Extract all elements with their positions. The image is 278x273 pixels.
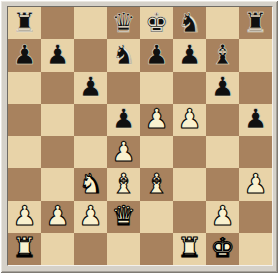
square-h1[interactable] bbox=[239, 233, 272, 265]
white-pawn[interactable]: ♟ bbox=[12, 202, 36, 229]
black-bishop[interactable]: ♝ bbox=[210, 41, 234, 68]
square-a6[interactable] bbox=[8, 72, 41, 104]
square-d7[interactable]: ♞ bbox=[107, 39, 140, 71]
black-pawn[interactable]: ♟ bbox=[243, 105, 267, 132]
square-a1[interactable]: ♜ bbox=[8, 233, 41, 265]
square-e2[interactable] bbox=[140, 201, 173, 233]
square-a2[interactable]: ♟ bbox=[8, 201, 41, 233]
square-b7[interactable]: ♟ bbox=[41, 39, 74, 71]
white-queen[interactable]: ♛ bbox=[111, 202, 135, 229]
square-f2[interactable] bbox=[173, 201, 206, 233]
square-g7[interactable]: ♝ bbox=[206, 39, 239, 71]
square-d2[interactable]: ♛ bbox=[107, 201, 140, 233]
black-pawn[interactable]: ♟ bbox=[111, 105, 135, 132]
black-pawn[interactable]: ♟ bbox=[12, 41, 36, 68]
white-bishop[interactable]: ♝ bbox=[144, 170, 168, 197]
square-d6[interactable] bbox=[107, 72, 140, 104]
white-king[interactable]: ♚ bbox=[210, 234, 234, 261]
square-c5[interactable] bbox=[74, 104, 107, 136]
white-pawn[interactable]: ♟ bbox=[78, 202, 102, 229]
square-f3[interactable] bbox=[173, 168, 206, 200]
square-f8[interactable]: ♞ bbox=[173, 7, 206, 39]
square-c6[interactable]: ♟ bbox=[74, 72, 107, 104]
black-rook[interactable]: ♜ bbox=[243, 9, 267, 36]
chess-board: ♜♛♚♞♜♟♟♞♟♟♝♟♟♟♟♟♟♟♞♝♝♟♟♟♟♛♟♜♜♚ bbox=[7, 6, 273, 266]
square-c4[interactable] bbox=[74, 136, 107, 168]
square-d8[interactable]: ♛ bbox=[107, 7, 140, 39]
square-a3[interactable] bbox=[8, 168, 41, 200]
square-c2[interactable]: ♟ bbox=[74, 201, 107, 233]
black-pawn[interactable]: ♟ bbox=[78, 73, 102, 100]
square-a4[interactable] bbox=[8, 136, 41, 168]
black-pawn[interactable]: ♟ bbox=[45, 41, 69, 68]
black-king[interactable]: ♚ bbox=[144, 9, 168, 36]
square-b2[interactable]: ♟ bbox=[41, 201, 74, 233]
square-h8[interactable]: ♜ bbox=[239, 7, 272, 39]
square-h7[interactable] bbox=[239, 39, 272, 71]
white-bishop[interactable]: ♝ bbox=[111, 170, 135, 197]
square-d3[interactable]: ♝ bbox=[107, 168, 140, 200]
square-c1[interactable] bbox=[74, 233, 107, 265]
black-knight[interactable]: ♞ bbox=[177, 9, 201, 36]
white-knight[interactable]: ♞ bbox=[78, 170, 102, 197]
square-b6[interactable] bbox=[41, 72, 74, 104]
square-g8[interactable] bbox=[206, 7, 239, 39]
square-b5[interactable] bbox=[41, 104, 74, 136]
black-pawn[interactable]: ♟ bbox=[210, 73, 234, 100]
white-pawn[interactable]: ♟ bbox=[210, 202, 234, 229]
square-h5[interactable]: ♟ bbox=[239, 104, 272, 136]
board-frame: ♜♛♚♞♜♟♟♞♟♟♝♟♟♟♟♟♟♟♞♝♝♟♟♟♟♛♟♜♜♚ bbox=[0, 0, 278, 273]
square-h2[interactable] bbox=[239, 201, 272, 233]
square-b4[interactable] bbox=[41, 136, 74, 168]
square-f1[interactable]: ♜ bbox=[173, 233, 206, 265]
black-pawn[interactable]: ♟ bbox=[177, 41, 201, 68]
square-g1[interactable]: ♚ bbox=[206, 233, 239, 265]
square-d1[interactable] bbox=[107, 233, 140, 265]
square-e7[interactable]: ♟ bbox=[140, 39, 173, 71]
white-pawn[interactable]: ♟ bbox=[45, 202, 69, 229]
white-pawn[interactable]: ♟ bbox=[111, 138, 135, 165]
square-b1[interactable] bbox=[41, 233, 74, 265]
square-g2[interactable]: ♟ bbox=[206, 201, 239, 233]
square-g4[interactable] bbox=[206, 136, 239, 168]
square-c8[interactable] bbox=[74, 7, 107, 39]
white-pawn[interactable]: ♟ bbox=[144, 105, 168, 132]
square-a8[interactable]: ♜ bbox=[8, 7, 41, 39]
square-e3[interactable]: ♝ bbox=[140, 168, 173, 200]
square-f7[interactable]: ♟ bbox=[173, 39, 206, 71]
square-c7[interactable] bbox=[74, 39, 107, 71]
square-h6[interactable] bbox=[239, 72, 272, 104]
square-h3[interactable]: ♟ bbox=[239, 168, 272, 200]
black-pawn[interactable]: ♟ bbox=[144, 41, 168, 68]
square-f5[interactable]: ♟ bbox=[173, 104, 206, 136]
square-d5[interactable]: ♟ bbox=[107, 104, 140, 136]
square-a7[interactable]: ♟ bbox=[8, 39, 41, 71]
square-e4[interactable] bbox=[140, 136, 173, 168]
white-rook[interactable]: ♜ bbox=[177, 234, 201, 261]
square-c3[interactable]: ♞ bbox=[74, 168, 107, 200]
square-e6[interactable] bbox=[140, 72, 173, 104]
square-g3[interactable] bbox=[206, 168, 239, 200]
square-b3[interactable] bbox=[41, 168, 74, 200]
square-h4[interactable] bbox=[239, 136, 272, 168]
black-knight[interactable]: ♞ bbox=[111, 41, 135, 68]
white-pawn[interactable]: ♟ bbox=[243, 170, 267, 197]
square-f6[interactable] bbox=[173, 72, 206, 104]
square-e5[interactable]: ♟ bbox=[140, 104, 173, 136]
square-e1[interactable] bbox=[140, 233, 173, 265]
square-g5[interactable] bbox=[206, 104, 239, 136]
square-g6[interactable]: ♟ bbox=[206, 72, 239, 104]
square-e8[interactable]: ♚ bbox=[140, 7, 173, 39]
square-f4[interactable] bbox=[173, 136, 206, 168]
white-pawn[interactable]: ♟ bbox=[177, 105, 201, 132]
black-rook[interactable]: ♜ bbox=[12, 9, 36, 36]
black-queen[interactable]: ♛ bbox=[111, 9, 135, 36]
white-rook[interactable]: ♜ bbox=[12, 234, 36, 261]
square-d4[interactable]: ♟ bbox=[107, 136, 140, 168]
square-b8[interactable] bbox=[41, 7, 74, 39]
square-a5[interactable] bbox=[8, 104, 41, 136]
